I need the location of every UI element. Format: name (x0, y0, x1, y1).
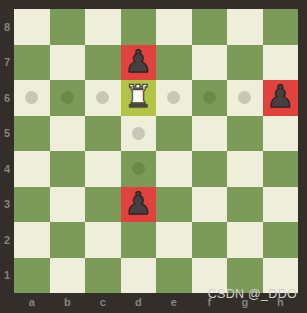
square-c8[interactable] (85, 9, 121, 45)
square-f2[interactable] (192, 222, 228, 258)
move-hint-dot-d4[interactable] (132, 162, 145, 175)
black-pawn[interactable]: ♟ (124, 44, 152, 80)
square-g7[interactable] (227, 45, 263, 81)
square-e6[interactable] (156, 80, 192, 116)
file-label-a: a (14, 292, 50, 311)
square-a8[interactable] (14, 9, 50, 45)
rank-label-7: 7 (0, 45, 14, 81)
move-hint-dot-c6[interactable] (96, 91, 109, 104)
square-f8[interactable] (192, 9, 228, 45)
square-d1[interactable] (121, 258, 157, 294)
square-d6[interactable]: ♜ (121, 80, 157, 116)
move-hint-dot-g6[interactable] (238, 91, 251, 104)
move-hint-dot-b6[interactable] (61, 91, 74, 104)
square-e4[interactable] (156, 151, 192, 187)
square-e5[interactable] (156, 116, 192, 152)
square-a3[interactable] (14, 187, 50, 223)
square-c5[interactable] (85, 116, 121, 152)
square-b8[interactable] (50, 9, 86, 45)
file-label-b: b (50, 292, 86, 311)
square-c1[interactable] (85, 258, 121, 294)
square-h8[interactable] (263, 9, 299, 45)
square-e7[interactable] (156, 45, 192, 81)
square-a2[interactable] (14, 222, 50, 258)
square-d3[interactable]: ♟ (121, 187, 157, 223)
square-g8[interactable] (227, 9, 263, 45)
square-h3[interactable] (263, 187, 299, 223)
square-h2[interactable] (263, 222, 299, 258)
square-b4[interactable] (50, 151, 86, 187)
square-b3[interactable] (50, 187, 86, 223)
file-label-c: c (85, 292, 121, 311)
square-h5[interactable] (263, 116, 299, 152)
black-pawn[interactable]: ♟ (266, 79, 294, 115)
square-b1[interactable] (50, 258, 86, 294)
square-g3[interactable] (227, 187, 263, 223)
square-c6[interactable] (85, 80, 121, 116)
square-a1[interactable] (14, 258, 50, 294)
square-g5[interactable] (227, 116, 263, 152)
white-rook[interactable]: ♜ (124, 79, 152, 115)
rank-label-2: 2 (0, 222, 14, 258)
move-hint-dot-d5[interactable] (132, 127, 145, 140)
rank-label-5: 5 (0, 116, 14, 152)
move-hint-dot-e6[interactable] (167, 91, 180, 104)
square-d7[interactable]: ♟ (121, 45, 157, 81)
board: ♟♜♟♟ (14, 9, 298, 293)
square-d4[interactable] (121, 151, 157, 187)
rank-label-3: 3 (0, 187, 14, 223)
square-h4[interactable] (263, 151, 299, 187)
square-a7[interactable] (14, 45, 50, 81)
square-d5[interactable] (121, 116, 157, 152)
square-a4[interactable] (14, 151, 50, 187)
rank-label-1: 1 (0, 258, 14, 294)
square-f3[interactable] (192, 187, 228, 223)
square-c3[interactable] (85, 187, 121, 223)
square-a6[interactable] (14, 80, 50, 116)
square-h7[interactable] (263, 45, 299, 81)
square-b5[interactable] (50, 116, 86, 152)
rank-label-4: 4 (0, 151, 14, 187)
file-label-e: e (156, 292, 192, 311)
square-d2[interactable] (121, 222, 157, 258)
black-pawn[interactable]: ♟ (124, 186, 152, 222)
move-hint-dot-f6[interactable] (203, 91, 216, 104)
square-c7[interactable] (85, 45, 121, 81)
square-e3[interactable] (156, 187, 192, 223)
square-a5[interactable] (14, 116, 50, 152)
square-c2[interactable] (85, 222, 121, 258)
square-e2[interactable] (156, 222, 192, 258)
square-b6[interactable] (50, 80, 86, 116)
rank-labels: 87654321 (0, 9, 14, 293)
square-e1[interactable] (156, 258, 192, 294)
square-c4[interactable] (85, 151, 121, 187)
square-g6[interactable] (227, 80, 263, 116)
square-f7[interactable] (192, 45, 228, 81)
file-label-d: d (121, 292, 157, 311)
chess-app-frame: ♟♜♟♟ 87654321 abcdefgh CSDN @_DDO (0, 0, 307, 313)
rank-label-6: 6 (0, 80, 14, 116)
square-f4[interactable] (192, 151, 228, 187)
square-b7[interactable] (50, 45, 86, 81)
move-hint-dot-a6[interactable] (25, 91, 38, 104)
watermark: CSDN @_DDO (208, 287, 297, 301)
square-d8[interactable] (121, 9, 157, 45)
square-f5[interactable] (192, 116, 228, 152)
square-g2[interactable] (227, 222, 263, 258)
square-g4[interactable] (227, 151, 263, 187)
square-e8[interactable] (156, 9, 192, 45)
square-h6[interactable]: ♟ (263, 80, 299, 116)
square-f6[interactable] (192, 80, 228, 116)
square-b2[interactable] (50, 222, 86, 258)
rank-label-8: 8 (0, 9, 14, 45)
